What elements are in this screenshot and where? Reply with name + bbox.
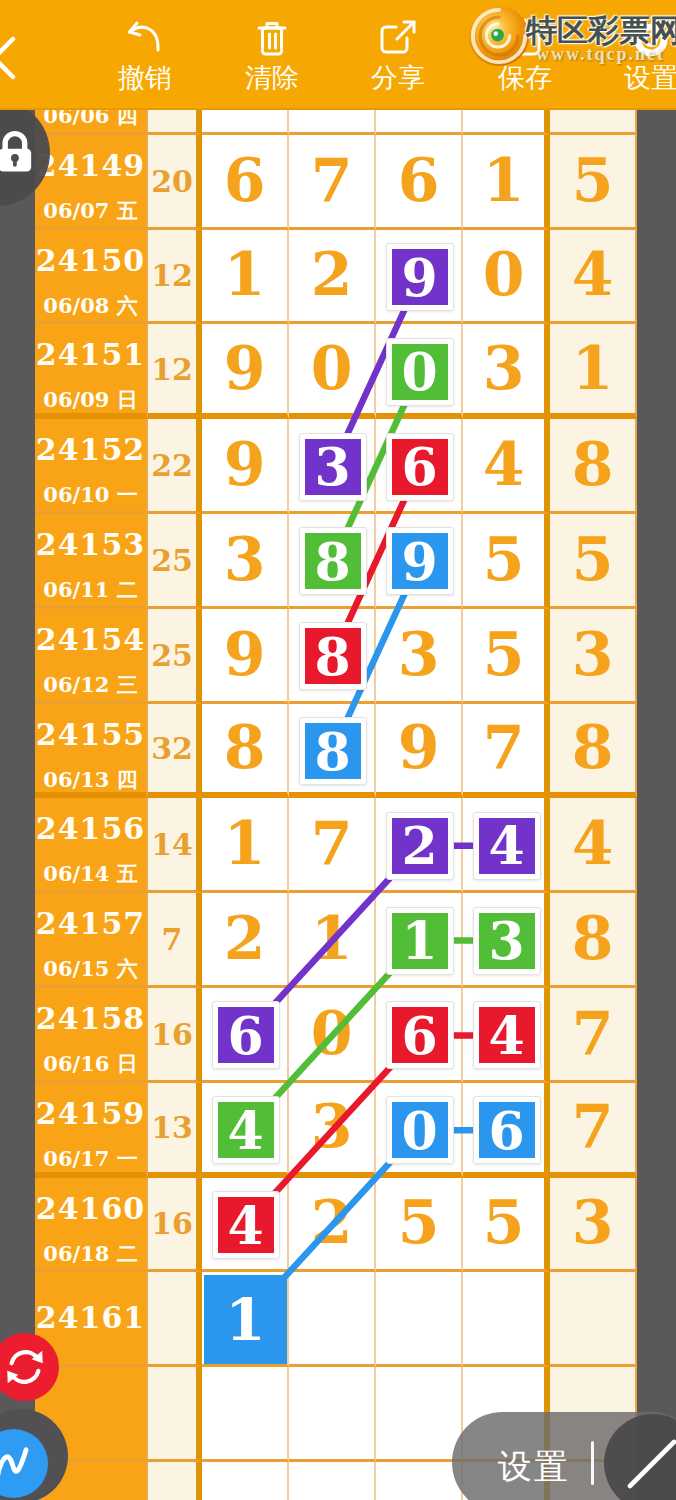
toolbar-item-undo[interactable]: 撤销	[95, 16, 195, 93]
toolbar-label: 设置	[601, 63, 676, 93]
mark-box-green[interactable]: 8	[299, 527, 367, 595]
mark-box-red[interactable]: 8	[299, 622, 367, 690]
mark-box-blue[interactable]: 6	[473, 1096, 541, 1164]
digit-cell[interactable]: 1	[202, 230, 289, 325]
draw-date: 06/09 日	[35, 386, 146, 414]
sum-cell: 25	[148, 609, 202, 704]
digit-cell[interactable]: 2	[289, 1178, 376, 1273]
digit-cell[interactable]: 1	[202, 798, 289, 893]
digit-value: 5	[463, 1192, 544, 1252]
draw-date: 06/14 五	[35, 860, 146, 888]
digit-cell[interactable]: 3	[550, 609, 637, 704]
sum-value: 12	[148, 351, 196, 386]
digit-value: 8	[550, 908, 635, 968]
digit-value: 1	[463, 149, 544, 209]
sum-cell: 22	[148, 419, 202, 514]
mark-box-green[interactable]: 3	[473, 907, 541, 975]
issue-cell: 2415106/09 日	[35, 324, 148, 419]
digit-value: 3	[463, 338, 544, 398]
sum-cell: 13	[148, 1083, 202, 1178]
digit-value: 5	[376, 1192, 461, 1252]
digit-value: 5	[463, 623, 544, 683]
sum-cell	[148, 1367, 202, 1462]
lottery-chart-app-screen: 06/06 四2414906/07 五20676152415006/08 六12…	[0, 0, 676, 1500]
sum-value: 16	[148, 1206, 196, 1241]
digit-cell[interactable]: 8	[202, 704, 289, 799]
digit-value: 8	[550, 717, 635, 777]
settings-label[interactable]: 设置	[498, 1444, 570, 1490]
issue-cell: 2415906/17 一	[35, 1083, 148, 1178]
mark-digit: 4	[479, 1007, 535, 1063]
digit-value: 7	[550, 1096, 635, 1156]
toolbar-label: 分享	[348, 63, 448, 93]
digit-cell[interactable]: 5	[376, 1178, 463, 1273]
mark-digit: 4	[479, 818, 535, 874]
sum-cell: 12	[148, 230, 202, 325]
draw-date: 06/16 日	[35, 1050, 146, 1078]
issue-cell: 2415306/11 二	[35, 514, 148, 609]
digit-value: 4	[550, 813, 635, 873]
sum-value: 22	[148, 448, 196, 483]
sum-cell: 32	[148, 704, 202, 799]
digit-cell[interactable]: 9	[202, 609, 289, 704]
issue-cell: 2415506/13 四	[35, 704, 148, 799]
digit-cell[interactable]: 5	[463, 514, 550, 609]
digit-value: 1	[202, 244, 287, 304]
digit-cell[interactable]	[463, 1272, 550, 1367]
mark-box-purple[interactable]: 2	[386, 812, 454, 880]
mark-digit: 9	[392, 249, 448, 305]
lock-icon	[0, 126, 42, 178]
digit-cell[interactable]: 6	[202, 135, 289, 230]
toolbar-item-share[interactable]: 分享	[348, 16, 448, 93]
issue-number: 24161	[35, 1300, 146, 1335]
digit-cell[interactable]: 0	[289, 324, 376, 419]
issue-cell: 2415206/10 一	[35, 419, 148, 514]
issue-number: 24155	[35, 717, 146, 752]
draw-date: 06/07 五	[35, 197, 146, 225]
digit-cell[interactable]: 0	[463, 230, 550, 325]
digit-value: 1	[202, 813, 287, 873]
toolbar-label: 保存	[475, 63, 575, 93]
digit-cell[interactable]: 5	[550, 135, 637, 230]
digit-cell[interactable]: 4	[463, 419, 550, 514]
digit-value: 7	[289, 813, 374, 873]
share-icon	[376, 16, 420, 60]
mark-box-purple[interactable]: 4	[473, 812, 541, 880]
draw-date: 06/13 四	[35, 766, 146, 794]
back-icon[interactable]	[0, 34, 21, 82]
mark-box-purple[interactable]: 6	[212, 1001, 280, 1069]
digit-value: 0	[289, 1003, 374, 1063]
sum-value: 16	[148, 1016, 196, 1051]
sum-cell: 25	[148, 514, 202, 609]
mark-box-red[interactable]: 6	[386, 1001, 454, 1069]
mark-box-blue[interactable]: 0	[386, 1096, 454, 1164]
divider	[591, 1441, 594, 1485]
undo-icon	[123, 16, 167, 60]
mark-digit: 3	[305, 439, 361, 495]
digit-cell[interactable]: 5	[550, 514, 637, 609]
digit-value: 3	[289, 1096, 374, 1156]
issue-number: 24152	[35, 432, 146, 467]
issue-cell: 2416006/18 二	[35, 1178, 148, 1273]
digit-cell[interactable]: 1	[289, 893, 376, 988]
mark-digit: 2	[392, 818, 448, 874]
digit-cell[interactable]	[202, 1462, 289, 1500]
issue-number: 24160	[35, 1191, 146, 1226]
digit-cell[interactable]: 7	[289, 798, 376, 893]
digit-cell[interactable]: 0	[289, 988, 376, 1083]
pen-scribble-icon	[0, 1442, 36, 1486]
sum-cell: 14	[148, 798, 202, 893]
issue-number: 24158	[35, 1001, 146, 1036]
sum-value: 12	[148, 258, 196, 293]
digit-value: 8	[202, 717, 287, 777]
digit-cell[interactable]: 3	[202, 514, 289, 609]
digit-value: 7	[289, 149, 374, 209]
mark-box-blue-full[interactable]: 1	[204, 1275, 287, 1364]
sum-cell: 16	[148, 988, 202, 1083]
issue-number: 24150	[35, 243, 146, 278]
mark-digit: 4	[218, 1197, 274, 1253]
draw-date: 06/10 一	[35, 481, 146, 509]
sum-cell: 16	[148, 1178, 202, 1273]
chart-row: 2415906/17 一1337	[35, 1083, 637, 1178]
issue-cell: 2415606/14 五	[35, 798, 148, 893]
digit-value: 1	[550, 338, 635, 398]
draw-date: 06/08 六	[35, 292, 146, 320]
mark-box-purple[interactable]: 9	[386, 243, 454, 311]
draw-date: 06/18 二	[35, 1240, 146, 1268]
draw-date: 06/15 六	[35, 955, 146, 983]
mark-digit: 9	[392, 533, 448, 589]
digit-cell[interactable]: 4	[550, 798, 637, 893]
sum-cell	[148, 1272, 202, 1367]
mark-box-red[interactable]: 4	[212, 1191, 280, 1259]
sum-value: 20	[148, 163, 196, 198]
save-icon	[503, 16, 547, 60]
mark-digit: 6	[479, 1102, 535, 1158]
digit-cell[interactable]	[289, 1462, 376, 1500]
digit-cell[interactable]: 1	[550, 324, 637, 419]
digit-value: 9	[202, 338, 287, 398]
mark-box-purple[interactable]: 3	[299, 433, 367, 501]
mark-box-blue[interactable]: 9	[386, 527, 454, 595]
mark-digit: 8	[305, 628, 361, 684]
mark-digit: 6	[392, 1007, 448, 1063]
mark-digit: 6	[218, 1007, 274, 1063]
digit-cell[interactable]: 7	[550, 988, 637, 1083]
mark-digit: 3	[479, 913, 535, 969]
mark-digit: 8	[305, 533, 361, 589]
issue-cell: 2415806/16 日	[35, 988, 148, 1083]
digit-cell[interactable]	[289, 1367, 376, 1462]
digit-cell[interactable]	[550, 1272, 637, 1367]
toolbar-label: 清除	[222, 63, 322, 93]
mark-box-green[interactable]: 1	[386, 907, 454, 975]
digit-cell[interactable]: 6	[376, 135, 463, 230]
digit-cell[interactable]	[202, 1367, 289, 1462]
toolbar-item-save[interactable]: 保存	[475, 16, 575, 93]
sum-value: 25	[148, 542, 196, 577]
digit-value: 5	[550, 529, 635, 589]
digit-cell[interactable]: 5	[463, 1178, 550, 1273]
digit-value: 5	[550, 149, 635, 209]
digit-cell[interactable]: 2	[289, 230, 376, 325]
mark-digit: 1	[392, 913, 448, 969]
digit-value: 1	[289, 908, 374, 968]
digit-value: 7	[463, 717, 544, 777]
digit-value: 6	[202, 149, 287, 209]
digit-value: 9	[376, 717, 461, 777]
mark-box-green[interactable]: 0	[386, 338, 454, 406]
issue-cell: 2415706/15 六	[35, 893, 148, 988]
sum-value: 14	[148, 827, 196, 862]
digit-cell[interactable]: 9	[202, 419, 289, 514]
line-tool-button[interactable]	[604, 1414, 676, 1500]
line-tool-icon	[604, 1414, 676, 1500]
digit-value: 3	[202, 529, 287, 589]
digit-cell[interactable]	[289, 1272, 376, 1367]
issue-number: 24159	[35, 1096, 146, 1131]
digit-value: 9	[202, 623, 287, 683]
digit-value: 9	[202, 434, 287, 494]
digit-value: 6	[376, 149, 461, 209]
digit-cell[interactable]: 3	[463, 324, 550, 419]
chart-row: 2415706/15 六7218	[35, 893, 637, 988]
mark-digit: 0	[392, 344, 448, 400]
issue-number: 24154	[35, 622, 146, 657]
sum-value: 32	[148, 730, 196, 765]
chart-row: 2414906/07 五2067615	[35, 135, 637, 230]
digit-cell[interactable]	[376, 1367, 463, 1462]
sum-cell: 12	[148, 324, 202, 419]
trash-icon	[250, 16, 294, 60]
digit-cell[interactable]: 7	[289, 135, 376, 230]
top-toolbar: 撤销清除分享保存设置	[0, 0, 676, 110]
sum-value: 25	[148, 637, 196, 672]
digit-value: 8	[550, 434, 635, 494]
chart-row: 2415006/08 六121204	[35, 230, 637, 325]
mark-digit: 0	[392, 1102, 448, 1158]
mark-box-red[interactable]: 4	[473, 1001, 541, 1069]
digit-cell[interactable]: 2	[202, 893, 289, 988]
digit-cell[interactable]	[376, 1272, 463, 1367]
issue-cell: 2415406/12 三	[35, 609, 148, 704]
digit-value: 0	[289, 338, 374, 398]
refresh-icon	[2, 1344, 48, 1390]
issue-cell: 2414906/07 五	[35, 135, 148, 230]
chart-row: 2415106/09 日129031	[35, 324, 637, 419]
digit-value: 0	[463, 244, 544, 304]
issue-number: 24157	[35, 906, 146, 941]
digit-cell[interactable]: 4	[550, 230, 637, 325]
digit-cell[interactable]: 7	[550, 1083, 637, 1178]
sum-value: 7	[148, 922, 196, 957]
digit-value: 3	[550, 623, 635, 683]
sum-value: 13	[148, 1110, 196, 1145]
draw-date: 06/17 一	[35, 1145, 146, 1173]
digit-cell[interactable]: 8	[550, 704, 637, 799]
issue-number: 24156	[35, 811, 146, 846]
sum-cell: 20	[148, 135, 202, 230]
gear-icon	[629, 16, 673, 60]
digit-value: 3	[376, 623, 461, 683]
digit-value: 5	[463, 529, 544, 589]
digit-value: 2	[202, 908, 287, 968]
toolbar-item-trash[interactable]: 清除	[222, 16, 322, 93]
issue-number: 24149	[35, 148, 146, 183]
digit-value: 2	[289, 1192, 374, 1252]
digit-cell[interactable]: 9	[376, 704, 463, 799]
digit-cell[interactable]: 3	[376, 609, 463, 704]
digit-cell[interactable]: 3	[289, 1083, 376, 1178]
digit-cell[interactable]: 3	[550, 1178, 637, 1273]
chart-row: 2415806/16 日1607	[35, 988, 637, 1083]
digit-value: 3	[550, 1192, 635, 1252]
chart-row: 24161	[35, 1272, 637, 1367]
mark-digit: 6	[392, 439, 448, 495]
digit-cell[interactable]: 9	[202, 324, 289, 419]
digit-cell[interactable]: 8	[550, 893, 637, 988]
mark-box-green[interactable]: 4	[212, 1096, 280, 1164]
issue-number: 24153	[35, 527, 146, 562]
sum-cell: 7	[148, 893, 202, 988]
mark-digit: 4	[218, 1102, 274, 1158]
draw-date: 06/11 二	[35, 576, 146, 604]
draw-date: 06/12 三	[35, 671, 146, 699]
chart-row: 2415606/14 五14174	[35, 798, 637, 893]
chart-row: 2416006/18 二162553	[35, 1178, 637, 1273]
digit-value: 4	[550, 244, 635, 304]
digit-cell[interactable]: 7	[463, 704, 550, 799]
digit-value: 7	[550, 1003, 635, 1063]
issue-cell: 2415006/08 六	[35, 230, 148, 325]
digit-cell[interactable]: 1	[463, 135, 550, 230]
digit-cell[interactable]	[376, 1462, 463, 1500]
digit-cell[interactable]: 5	[463, 609, 550, 704]
sum-cell	[148, 1462, 202, 1500]
issue-number: 24151	[35, 337, 146, 372]
digit-value: 4	[463, 434, 544, 494]
digit-value: 2	[289, 244, 374, 304]
mark-box-blue[interactable]: 8	[299, 717, 367, 785]
digit-cell[interactable]: 8	[550, 419, 637, 514]
toolbar-item-gear[interactable]: 设置	[601, 16, 676, 93]
toolbar-label: 撤销	[95, 63, 195, 93]
mark-box-red[interactable]: 6	[386, 433, 454, 501]
mark-digit: 8	[305, 723, 361, 779]
